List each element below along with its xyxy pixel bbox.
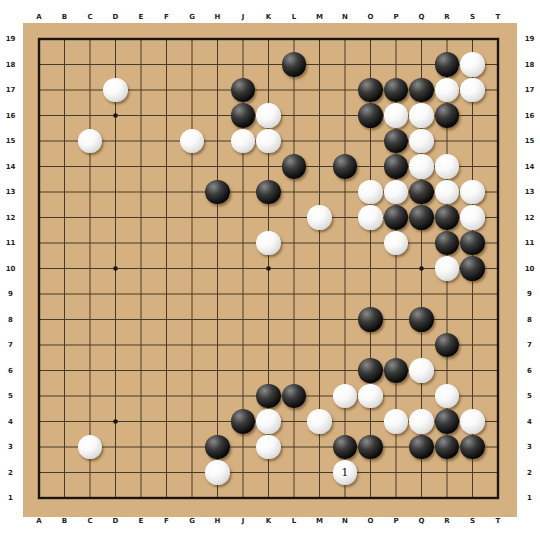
- go-board[interactable]: 1: [23, 23, 517, 517]
- intersection-Q13[interactable]: [409, 179, 435, 205]
- intersection-A7[interactable]: [26, 332, 52, 358]
- intersection-H16[interactable]: [205, 103, 231, 129]
- intersection-C4[interactable]: [77, 409, 103, 435]
- intersection-P13[interactable]: [383, 179, 409, 205]
- intersection-Q9[interactable]: [409, 281, 435, 307]
- intersection-Q1[interactable]: [409, 485, 435, 511]
- intersection-S10[interactable]: [460, 256, 486, 282]
- intersection-K13[interactable]: [256, 179, 282, 205]
- intersection-B1[interactable]: [52, 485, 78, 511]
- intersection-A15[interactable]: [26, 128, 52, 154]
- intersection-A10[interactable]: [26, 256, 52, 282]
- intersection-J10[interactable]: [230, 256, 256, 282]
- intersection-J8[interactable]: [230, 307, 256, 333]
- intersection-K8[interactable]: [256, 307, 282, 333]
- intersection-C16[interactable]: [77, 103, 103, 129]
- intersection-L5[interactable]: [281, 383, 307, 409]
- intersection-H1[interactable]: [205, 485, 231, 511]
- intersection-B14[interactable]: [52, 154, 78, 180]
- intersection-S1[interactable]: [460, 485, 486, 511]
- intersection-P6[interactable]: [383, 358, 409, 384]
- intersection-E13[interactable]: [128, 179, 154, 205]
- intersection-C19[interactable]: [77, 26, 103, 52]
- intersection-C15[interactable]: [77, 128, 103, 154]
- intersection-H13[interactable]: [205, 179, 231, 205]
- intersection-C13[interactable]: [77, 179, 103, 205]
- intersection-T12[interactable]: [485, 205, 511, 231]
- intersection-A5[interactable]: [26, 383, 52, 409]
- intersection-S12[interactable]: [460, 205, 486, 231]
- intersection-A2[interactable]: [26, 460, 52, 486]
- intersection-N5[interactable]: [332, 383, 358, 409]
- intersection-M6[interactable]: [307, 358, 333, 384]
- intersection-C11[interactable]: [77, 230, 103, 256]
- intersection-S9[interactable]: [460, 281, 486, 307]
- intersection-G19[interactable]: [179, 26, 205, 52]
- intersection-K12[interactable]: [256, 205, 282, 231]
- intersection-M10[interactable]: [307, 256, 333, 282]
- intersection-S15[interactable]: [460, 128, 486, 154]
- intersection-Q17[interactable]: [409, 77, 435, 103]
- intersection-D13[interactable]: [103, 179, 129, 205]
- intersection-O4[interactable]: [358, 409, 384, 435]
- intersection-B10[interactable]: [52, 256, 78, 282]
- intersection-P15[interactable]: [383, 128, 409, 154]
- intersection-P17[interactable]: [383, 77, 409, 103]
- intersection-J6[interactable]: [230, 358, 256, 384]
- intersection-A4[interactable]: [26, 409, 52, 435]
- intersection-C3[interactable]: [77, 434, 103, 460]
- intersection-Q10[interactable]: [409, 256, 435, 282]
- intersection-E11[interactable]: [128, 230, 154, 256]
- intersection-J3[interactable]: [230, 434, 256, 460]
- intersection-J18[interactable]: [230, 52, 256, 78]
- intersection-B4[interactable]: [52, 409, 78, 435]
- intersection-S7[interactable]: [460, 332, 486, 358]
- intersection-Q4[interactable]: [409, 409, 435, 435]
- intersection-N11[interactable]: [332, 230, 358, 256]
- intersection-D18[interactable]: [103, 52, 129, 78]
- intersection-M19[interactable]: [307, 26, 333, 52]
- intersection-A17[interactable]: [26, 77, 52, 103]
- intersection-M11[interactable]: [307, 230, 333, 256]
- intersection-F9[interactable]: [154, 281, 180, 307]
- intersection-M7[interactable]: [307, 332, 333, 358]
- intersection-L18[interactable]: [281, 52, 307, 78]
- intersection-B18[interactable]: [52, 52, 78, 78]
- intersection-P3[interactable]: [383, 434, 409, 460]
- intersection-K10[interactable]: [256, 256, 282, 282]
- intersection-B9[interactable]: [52, 281, 78, 307]
- intersection-H19[interactable]: [205, 26, 231, 52]
- intersection-S13[interactable]: [460, 179, 486, 205]
- intersection-R7[interactable]: [434, 332, 460, 358]
- intersection-Q7[interactable]: [409, 332, 435, 358]
- intersection-O15[interactable]: [358, 128, 384, 154]
- intersection-D4[interactable]: [103, 409, 129, 435]
- intersection-A11[interactable]: [26, 230, 52, 256]
- intersection-H4[interactable]: [205, 409, 231, 435]
- intersection-C9[interactable]: [77, 281, 103, 307]
- intersection-O8[interactable]: [358, 307, 384, 333]
- intersection-H2[interactable]: [205, 460, 231, 486]
- intersection-O10[interactable]: [358, 256, 384, 282]
- intersection-E6[interactable]: [128, 358, 154, 384]
- intersection-P5[interactable]: [383, 383, 409, 409]
- intersection-F15[interactable]: [154, 128, 180, 154]
- intersection-O13[interactable]: [358, 179, 384, 205]
- intersection-O14[interactable]: [358, 154, 384, 180]
- intersection-G7[interactable]: [179, 332, 205, 358]
- intersection-O7[interactable]: [358, 332, 384, 358]
- intersection-L16[interactable]: [281, 103, 307, 129]
- intersection-S2[interactable]: [460, 460, 486, 486]
- intersection-M15[interactable]: [307, 128, 333, 154]
- intersection-J1[interactable]: [230, 485, 256, 511]
- intersection-J11[interactable]: [230, 230, 256, 256]
- intersection-Q11[interactable]: [409, 230, 435, 256]
- intersection-A13[interactable]: [26, 179, 52, 205]
- intersection-S8[interactable]: [460, 307, 486, 333]
- intersection-S3[interactable]: [460, 434, 486, 460]
- intersection-K6[interactable]: [256, 358, 282, 384]
- intersection-K14[interactable]: [256, 154, 282, 180]
- intersection-B12[interactable]: [52, 205, 78, 231]
- intersection-G15[interactable]: [179, 128, 205, 154]
- intersection-C10[interactable]: [77, 256, 103, 282]
- intersection-D6[interactable]: [103, 358, 129, 384]
- intersection-K7[interactable]: [256, 332, 282, 358]
- intersection-D7[interactable]: [103, 332, 129, 358]
- intersection-P1[interactable]: [383, 485, 409, 511]
- intersection-T6[interactable]: [485, 358, 511, 384]
- intersection-B7[interactable]: [52, 332, 78, 358]
- intersection-F5[interactable]: [154, 383, 180, 409]
- intersection-R1[interactable]: [434, 485, 460, 511]
- intersection-G5[interactable]: [179, 383, 205, 409]
- intersection-N1[interactable]: [332, 485, 358, 511]
- intersection-F10[interactable]: [154, 256, 180, 282]
- intersection-P12[interactable]: [383, 205, 409, 231]
- intersection-L12[interactable]: [281, 205, 307, 231]
- intersection-H5[interactable]: [205, 383, 231, 409]
- intersection-K1[interactable]: [256, 485, 282, 511]
- intersection-E1[interactable]: [128, 485, 154, 511]
- intersection-F6[interactable]: [154, 358, 180, 384]
- intersection-T5[interactable]: [485, 383, 511, 409]
- intersection-T4[interactable]: [485, 409, 511, 435]
- intersection-S17[interactable]: [460, 77, 486, 103]
- intersection-Q12[interactable]: [409, 205, 435, 231]
- intersection-S5[interactable]: [460, 383, 486, 409]
- intersection-D12[interactable]: [103, 205, 129, 231]
- intersection-B5[interactable]: [52, 383, 78, 409]
- intersection-T7[interactable]: [485, 332, 511, 358]
- intersection-N7[interactable]: [332, 332, 358, 358]
- intersection-J5[interactable]: [230, 383, 256, 409]
- intersection-T17[interactable]: [485, 77, 511, 103]
- intersection-M12[interactable]: [307, 205, 333, 231]
- intersection-C12[interactable]: [77, 205, 103, 231]
- intersection-J15[interactable]: [230, 128, 256, 154]
- intersection-D11[interactable]: [103, 230, 129, 256]
- intersection-R5[interactable]: [434, 383, 460, 409]
- intersection-K16[interactable]: [256, 103, 282, 129]
- intersection-H7[interactable]: [205, 332, 231, 358]
- intersection-M1[interactable]: [307, 485, 333, 511]
- intersection-F11[interactable]: [154, 230, 180, 256]
- intersection-D8[interactable]: [103, 307, 129, 333]
- intersection-E18[interactable]: [128, 52, 154, 78]
- intersection-C6[interactable]: [77, 358, 103, 384]
- intersection-L2[interactable]: [281, 460, 307, 486]
- intersection-R2[interactable]: [434, 460, 460, 486]
- intersection-G18[interactable]: [179, 52, 205, 78]
- intersection-M5[interactable]: [307, 383, 333, 409]
- intersection-R4[interactable]: [434, 409, 460, 435]
- intersection-F4[interactable]: [154, 409, 180, 435]
- intersection-H15[interactable]: [205, 128, 231, 154]
- intersection-S6[interactable]: [460, 358, 486, 384]
- intersection-Q15[interactable]: [409, 128, 435, 154]
- intersection-M8[interactable]: [307, 307, 333, 333]
- intersection-F17[interactable]: [154, 77, 180, 103]
- intersection-A6[interactable]: [26, 358, 52, 384]
- intersection-L17[interactable]: [281, 77, 307, 103]
- intersection-F7[interactable]: [154, 332, 180, 358]
- intersection-E17[interactable]: [128, 77, 154, 103]
- intersection-T19[interactable]: [485, 26, 511, 52]
- intersection-M3[interactable]: [307, 434, 333, 460]
- intersection-R18[interactable]: [434, 52, 460, 78]
- intersection-G12[interactable]: [179, 205, 205, 231]
- intersection-H11[interactable]: [205, 230, 231, 256]
- intersection-E19[interactable]: [128, 26, 154, 52]
- intersection-F2[interactable]: [154, 460, 180, 486]
- intersection-K4[interactable]: [256, 409, 282, 435]
- intersection-F16[interactable]: [154, 103, 180, 129]
- intersection-K11[interactable]: [256, 230, 282, 256]
- intersection-B2[interactable]: [52, 460, 78, 486]
- intersection-O6[interactable]: [358, 358, 384, 384]
- intersection-K18[interactable]: [256, 52, 282, 78]
- intersection-G13[interactable]: [179, 179, 205, 205]
- intersection-Q8[interactable]: [409, 307, 435, 333]
- intersection-N15[interactable]: [332, 128, 358, 154]
- intersection-R17[interactable]: [434, 77, 460, 103]
- intersection-P9[interactable]: [383, 281, 409, 307]
- intersection-R19[interactable]: [434, 26, 460, 52]
- intersection-A12[interactable]: [26, 205, 52, 231]
- intersection-M17[interactable]: [307, 77, 333, 103]
- intersection-M13[interactable]: [307, 179, 333, 205]
- intersection-G3[interactable]: [179, 434, 205, 460]
- intersection-D2[interactable]: [103, 460, 129, 486]
- intersection-E7[interactable]: [128, 332, 154, 358]
- intersection-J9[interactable]: [230, 281, 256, 307]
- intersection-N18[interactable]: [332, 52, 358, 78]
- intersection-F19[interactable]: [154, 26, 180, 52]
- intersection-O5[interactable]: [358, 383, 384, 409]
- intersection-P18[interactable]: [383, 52, 409, 78]
- intersection-B3[interactable]: [52, 434, 78, 460]
- intersection-G17[interactable]: [179, 77, 205, 103]
- intersection-B19[interactable]: [52, 26, 78, 52]
- intersection-O16[interactable]: [358, 103, 384, 129]
- intersection-F14[interactable]: [154, 154, 180, 180]
- intersection-T14[interactable]: [485, 154, 511, 180]
- intersection-G8[interactable]: [179, 307, 205, 333]
- intersection-F3[interactable]: [154, 434, 180, 460]
- intersection-S16[interactable]: [460, 103, 486, 129]
- intersection-S18[interactable]: [460, 52, 486, 78]
- intersection-E9[interactable]: [128, 281, 154, 307]
- intersection-E3[interactable]: [128, 434, 154, 460]
- intersection-C1[interactable]: [77, 485, 103, 511]
- intersection-K17[interactable]: [256, 77, 282, 103]
- intersection-L8[interactable]: [281, 307, 307, 333]
- intersection-Q19[interactable]: [409, 26, 435, 52]
- intersection-G11[interactable]: [179, 230, 205, 256]
- intersection-P4[interactable]: [383, 409, 409, 435]
- intersection-Q5[interactable]: [409, 383, 435, 409]
- intersection-C7[interactable]: [77, 332, 103, 358]
- intersection-T15[interactable]: [485, 128, 511, 154]
- intersection-T8[interactable]: [485, 307, 511, 333]
- intersection-M14[interactable]: [307, 154, 333, 180]
- intersection-O19[interactable]: [358, 26, 384, 52]
- intersection-A16[interactable]: [26, 103, 52, 129]
- intersection-P10[interactable]: [383, 256, 409, 282]
- intersection-C18[interactable]: [77, 52, 103, 78]
- intersection-K9[interactable]: [256, 281, 282, 307]
- intersection-F1[interactable]: [154, 485, 180, 511]
- intersection-O17[interactable]: [358, 77, 384, 103]
- intersection-D5[interactable]: [103, 383, 129, 409]
- intersection-H12[interactable]: [205, 205, 231, 231]
- intersection-E4[interactable]: [128, 409, 154, 435]
- intersection-S11[interactable]: [460, 230, 486, 256]
- intersection-O9[interactable]: [358, 281, 384, 307]
- intersection-O11[interactable]: [358, 230, 384, 256]
- intersection-C14[interactable]: [77, 154, 103, 180]
- intersection-N6[interactable]: [332, 358, 358, 384]
- intersection-D15[interactable]: [103, 128, 129, 154]
- intersection-L15[interactable]: [281, 128, 307, 154]
- intersection-L3[interactable]: [281, 434, 307, 460]
- intersection-G6[interactable]: [179, 358, 205, 384]
- intersection-Q14[interactable]: [409, 154, 435, 180]
- intersection-D1[interactable]: [103, 485, 129, 511]
- intersection-T18[interactable]: [485, 52, 511, 78]
- intersection-H3[interactable]: [205, 434, 231, 460]
- intersection-B16[interactable]: [52, 103, 78, 129]
- intersection-R9[interactable]: [434, 281, 460, 307]
- intersection-A18[interactable]: [26, 52, 52, 78]
- intersection-T9[interactable]: [485, 281, 511, 307]
- intersection-T10[interactable]: [485, 256, 511, 282]
- intersection-T3[interactable]: [485, 434, 511, 460]
- intersection-E12[interactable]: [128, 205, 154, 231]
- intersection-C17[interactable]: [77, 77, 103, 103]
- intersection-L10[interactable]: [281, 256, 307, 282]
- intersection-A8[interactable]: [26, 307, 52, 333]
- intersection-H10[interactable]: [205, 256, 231, 282]
- intersection-R13[interactable]: [434, 179, 460, 205]
- intersection-N14[interactable]: [332, 154, 358, 180]
- intersection-G4[interactable]: [179, 409, 205, 435]
- intersection-L1[interactable]: [281, 485, 307, 511]
- intersection-R11[interactable]: [434, 230, 460, 256]
- intersection-P14[interactable]: [383, 154, 409, 180]
- intersection-J12[interactable]: [230, 205, 256, 231]
- intersection-B17[interactable]: [52, 77, 78, 103]
- intersection-H18[interactable]: [205, 52, 231, 78]
- intersection-N8[interactable]: [332, 307, 358, 333]
- intersection-C8[interactable]: [77, 307, 103, 333]
- intersection-O12[interactable]: [358, 205, 384, 231]
- intersection-N4[interactable]: [332, 409, 358, 435]
- intersection-G14[interactable]: [179, 154, 205, 180]
- intersection-H17[interactable]: [205, 77, 231, 103]
- intersection-K15[interactable]: [256, 128, 282, 154]
- intersection-D19[interactable]: [103, 26, 129, 52]
- intersection-R6[interactable]: [434, 358, 460, 384]
- intersection-H6[interactable]: [205, 358, 231, 384]
- intersection-O1[interactable]: [358, 485, 384, 511]
- intersection-R15[interactable]: [434, 128, 460, 154]
- intersection-G2[interactable]: [179, 460, 205, 486]
- intersection-N17[interactable]: [332, 77, 358, 103]
- intersection-N10[interactable]: [332, 256, 358, 282]
- intersection-P16[interactable]: [383, 103, 409, 129]
- intersection-A3[interactable]: [26, 434, 52, 460]
- intersection-S14[interactable]: [460, 154, 486, 180]
- intersection-M9[interactable]: [307, 281, 333, 307]
- intersection-C2[interactable]: [77, 460, 103, 486]
- intersection-D10[interactable]: [103, 256, 129, 282]
- intersection-H14[interactable]: [205, 154, 231, 180]
- intersection-E8[interactable]: [128, 307, 154, 333]
- intersection-N16[interactable]: [332, 103, 358, 129]
- intersection-D17[interactable]: [103, 77, 129, 103]
- intersection-G16[interactable]: [179, 103, 205, 129]
- intersection-T11[interactable]: [485, 230, 511, 256]
- intersection-M2[interactable]: [307, 460, 333, 486]
- intersection-L13[interactable]: [281, 179, 307, 205]
- intersection-D14[interactable]: [103, 154, 129, 180]
- intersection-T2[interactable]: [485, 460, 511, 486]
- intersection-R10[interactable]: [434, 256, 460, 282]
- intersection-G1[interactable]: [179, 485, 205, 511]
- intersection-B15[interactable]: [52, 128, 78, 154]
- intersection-Q16[interactable]: [409, 103, 435, 129]
- intersection-A14[interactable]: [26, 154, 52, 180]
- intersection-E15[interactable]: [128, 128, 154, 154]
- intersection-B11[interactable]: [52, 230, 78, 256]
- intersection-J19[interactable]: [230, 26, 256, 52]
- intersection-B6[interactable]: [52, 358, 78, 384]
- intersection-N13[interactable]: [332, 179, 358, 205]
- intersection-B13[interactable]: [52, 179, 78, 205]
- intersection-J13[interactable]: [230, 179, 256, 205]
- intersection-H9[interactable]: [205, 281, 231, 307]
- intersection-M4[interactable]: [307, 409, 333, 435]
- intersection-O2[interactable]: [358, 460, 384, 486]
- intersection-A1[interactable]: [26, 485, 52, 511]
- intersection-Q3[interactable]: [409, 434, 435, 460]
- intersection-L9[interactable]: [281, 281, 307, 307]
